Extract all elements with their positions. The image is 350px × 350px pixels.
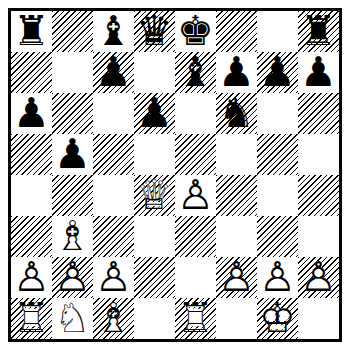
square-f8[interactable] <box>216 11 257 52</box>
square-a1[interactable]: ♜♖ <box>11 298 52 339</box>
square-d3[interactable] <box>134 216 175 257</box>
square-b4[interactable] <box>52 175 93 216</box>
square-c4[interactable] <box>93 175 134 216</box>
piece-black-queen-d8[interactable]: ♛ <box>134 11 175 52</box>
square-h6[interactable] <box>298 93 339 134</box>
square-c3[interactable] <box>93 216 134 257</box>
square-e3[interactable] <box>175 216 216 257</box>
piece-white-rook-e1[interactable]: ♖ <box>175 298 216 339</box>
square-d6[interactable]: ♟ <box>134 93 175 134</box>
square-f2[interactable]: ♟♙ <box>216 257 257 298</box>
square-f3[interactable] <box>216 216 257 257</box>
square-h3[interactable] <box>298 216 339 257</box>
square-a2[interactable]: ♟♙ <box>11 257 52 298</box>
square-e4[interactable]: ♟♙ <box>175 175 216 216</box>
piece-black-pawn-d6[interactable]: ♟ <box>134 93 175 134</box>
piece-black-pawn-b5[interactable]: ♟ <box>52 134 93 175</box>
piece-white-pawn-a2[interactable]: ♙ <box>11 257 52 298</box>
piece-white-pawn-b2[interactable]: ♙ <box>52 257 93 298</box>
square-g5[interactable] <box>257 134 298 175</box>
square-c5[interactable] <box>93 134 134 175</box>
piece-black-knight-f6[interactable]: ♞ <box>216 93 257 134</box>
square-h8[interactable]: ♜ <box>298 11 339 52</box>
square-g6[interactable] <box>257 93 298 134</box>
square-b3[interactable]: ♝♗ <box>52 216 93 257</box>
piece-white-pawn-h2[interactable]: ♙ <box>298 257 339 298</box>
square-c7[interactable]: ♟ <box>93 52 134 93</box>
square-c6[interactable] <box>93 93 134 134</box>
square-e7[interactable]: ♝ <box>175 52 216 93</box>
square-e5[interactable] <box>175 134 216 175</box>
square-a8[interactable]: ♜ <box>11 11 52 52</box>
square-b1[interactable]: ♞♘ <box>52 298 93 339</box>
square-h2[interactable]: ♟♙ <box>298 257 339 298</box>
square-a4[interactable] <box>11 175 52 216</box>
square-e2[interactable] <box>175 257 216 298</box>
square-b6[interactable] <box>52 93 93 134</box>
square-h5[interactable] <box>298 134 339 175</box>
square-h1[interactable] <box>298 298 339 339</box>
square-d5[interactable] <box>134 134 175 175</box>
board-frame: ♜♝♛♚♜♟♝♟♟♟♟♟♞♟♛♕♟♙♝♗♟♙♟♙♟♙♟♙♟♙♟♙♜♖♞♘♝♗♜♖… <box>8 8 342 342</box>
piece-black-rook-h8[interactable]: ♜ <box>298 11 339 52</box>
square-g7[interactable]: ♟ <box>257 52 298 93</box>
square-g2[interactable]: ♟♙ <box>257 257 298 298</box>
square-c8[interactable]: ♝ <box>93 11 134 52</box>
square-b7[interactable] <box>52 52 93 93</box>
piece-black-pawn-g7[interactable]: ♟ <box>257 52 298 93</box>
piece-white-queen-d4[interactable]: ♕ <box>134 175 175 216</box>
square-f6[interactable]: ♞ <box>216 93 257 134</box>
square-f4[interactable] <box>216 175 257 216</box>
square-f7[interactable]: ♟ <box>216 52 257 93</box>
piece-white-pawn-c2[interactable]: ♙ <box>93 257 134 298</box>
square-a5[interactable] <box>11 134 52 175</box>
square-a7[interactable] <box>11 52 52 93</box>
square-g4[interactable] <box>257 175 298 216</box>
square-g3[interactable] <box>257 216 298 257</box>
square-g1[interactable]: ♚♔ <box>257 298 298 339</box>
square-a3[interactable] <box>11 216 52 257</box>
piece-black-bishop-e7[interactable]: ♝ <box>175 52 216 93</box>
piece-black-pawn-f7[interactable]: ♟ <box>216 52 257 93</box>
square-b5[interactable]: ♟ <box>52 134 93 175</box>
square-f5[interactable] <box>216 134 257 175</box>
square-h4[interactable] <box>298 175 339 216</box>
piece-white-pawn-e4[interactable]: ♙ <box>175 175 216 216</box>
square-c2[interactable]: ♟♙ <box>93 257 134 298</box>
square-d8[interactable]: ♛ <box>134 11 175 52</box>
square-f1[interactable] <box>216 298 257 339</box>
square-e6[interactable] <box>175 93 216 134</box>
piece-black-pawn-c7[interactable]: ♟ <box>93 52 134 93</box>
square-d4[interactable]: ♛♕ <box>134 175 175 216</box>
piece-black-pawn-h7[interactable]: ♟ <box>298 52 339 93</box>
piece-white-pawn-g2[interactable]: ♙ <box>257 257 298 298</box>
square-g8[interactable] <box>257 11 298 52</box>
piece-black-pawn-a6[interactable]: ♟ <box>11 93 52 134</box>
square-b2[interactable]: ♟♙ <box>52 257 93 298</box>
piece-black-king-e8[interactable]: ♚ <box>175 11 216 52</box>
piece-white-king-g1[interactable]: ♔ <box>257 298 298 339</box>
chess-board: ♜♝♛♚♜♟♝♟♟♟♟♟♞♟♛♕♟♙♝♗♟♙♟♙♟♙♟♙♟♙♟♙♜♖♞♘♝♗♜♖… <box>11 11 339 339</box>
square-e8[interactable]: ♚ <box>175 11 216 52</box>
square-d2[interactable] <box>134 257 175 298</box>
piece-white-knight-b1[interactable]: ♘ <box>52 298 93 339</box>
piece-white-rook-a1[interactable]: ♖ <box>11 298 52 339</box>
piece-black-bishop-c8[interactable]: ♝ <box>93 11 134 52</box>
square-a6[interactable]: ♟ <box>11 93 52 134</box>
piece-white-bishop-c1[interactable]: ♗ <box>93 298 134 339</box>
piece-white-pawn-f2[interactable]: ♙ <box>216 257 257 298</box>
square-d7[interactable] <box>134 52 175 93</box>
square-d1[interactable] <box>134 298 175 339</box>
square-c1[interactable]: ♝♗ <box>93 298 134 339</box>
square-h7[interactable]: ♟ <box>298 52 339 93</box>
piece-white-bishop-b3[interactable]: ♗ <box>52 216 93 257</box>
square-e1[interactable]: ♜♖ <box>175 298 216 339</box>
square-b8[interactable] <box>52 11 93 52</box>
piece-black-rook-a8[interactable]: ♜ <box>11 11 52 52</box>
